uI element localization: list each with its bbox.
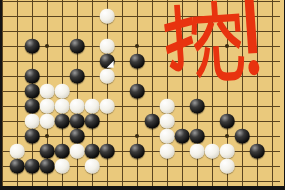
board-point[interactable] (265, 84, 280, 99)
stone-black[interactable] (145, 114, 160, 129)
stone-black[interactable] (55, 144, 70, 159)
board-point[interactable] (130, 144, 145, 159)
stone-white[interactable] (220, 159, 235, 174)
stone-white[interactable] (55, 159, 70, 174)
board-point[interactable] (55, 0, 70, 9)
stone-white[interactable] (160, 99, 175, 114)
board-point[interactable] (220, 159, 235, 174)
board-point[interactable] (250, 159, 265, 174)
stone-black[interactable] (10, 159, 25, 174)
board-point[interactable] (70, 9, 85, 24)
board-point[interactable] (130, 114, 145, 129)
board-point[interactable] (100, 0, 115, 9)
board-point[interactable] (130, 69, 145, 84)
board-point[interactable] (70, 129, 85, 144)
board-point[interactable] (265, 0, 280, 9)
board-point[interactable] (190, 129, 205, 144)
board-point[interactable] (40, 159, 55, 174)
board-point[interactable] (55, 84, 70, 99)
board-point[interactable] (220, 99, 235, 114)
board-point[interactable] (55, 144, 70, 159)
board-point[interactable] (85, 84, 100, 99)
board-point[interactable] (70, 159, 85, 174)
board-point[interactable] (220, 129, 235, 144)
board-point[interactable] (235, 129, 250, 144)
board-point[interactable] (85, 99, 100, 114)
stone-black[interactable] (70, 69, 85, 84)
board-point[interactable] (70, 54, 85, 69)
board-point[interactable] (10, 9, 25, 24)
board-point[interactable] (85, 9, 100, 24)
board-point[interactable] (250, 99, 265, 114)
stone-black[interactable] (190, 129, 205, 144)
board-point[interactable] (10, 24, 25, 39)
board-point[interactable] (130, 54, 145, 69)
board-point[interactable] (130, 24, 145, 39)
stone-white[interactable] (220, 144, 235, 159)
board-point[interactable] (85, 144, 100, 159)
board-point[interactable] (40, 39, 55, 54)
board-point[interactable] (115, 99, 130, 114)
board-point[interactable] (10, 69, 25, 84)
wedge-annotation: 挖! (163, 0, 265, 98)
stone-black[interactable] (40, 159, 55, 174)
board-point[interactable] (265, 159, 280, 174)
board-point[interactable] (205, 99, 220, 114)
board-point[interactable] (55, 24, 70, 39)
stone-white[interactable] (55, 84, 70, 99)
board-point[interactable] (25, 0, 40, 9)
stone-black[interactable] (25, 84, 40, 99)
board-point[interactable] (145, 0, 160, 9)
board-point[interactable] (115, 39, 130, 54)
stone-white[interactable] (70, 144, 85, 159)
board-point[interactable] (40, 24, 55, 39)
board-point[interactable] (235, 159, 250, 174)
board-point[interactable] (10, 114, 25, 129)
board-point[interactable] (55, 39, 70, 54)
board-point[interactable] (40, 114, 55, 129)
stone-white[interactable] (100, 69, 115, 84)
board-point[interactable] (265, 9, 280, 24)
board-point[interactable] (55, 159, 70, 174)
stone-black[interactable] (130, 144, 145, 159)
board-point[interactable] (70, 84, 85, 99)
board-point[interactable] (115, 54, 130, 69)
board-point[interactable] (250, 114, 265, 129)
board-point[interactable] (160, 159, 175, 174)
board-point[interactable] (205, 114, 220, 129)
board-point[interactable] (115, 9, 130, 24)
board-point[interactable] (10, 129, 25, 144)
board-point[interactable] (25, 39, 40, 54)
board-point[interactable] (10, 0, 25, 9)
board-point[interactable] (40, 99, 55, 114)
board-point[interactable] (40, 84, 55, 99)
board-point[interactable] (265, 114, 280, 129)
board-point[interactable] (25, 69, 40, 84)
stone-black[interactable] (25, 99, 40, 114)
board-point[interactable] (10, 84, 25, 99)
board-point[interactable] (25, 24, 40, 39)
board-point[interactable] (145, 24, 160, 39)
board-point[interactable] (100, 129, 115, 144)
stone-black[interactable] (70, 114, 85, 129)
board-point[interactable] (235, 99, 250, 114)
board-point[interactable] (205, 129, 220, 144)
last-move-triangle-marker (106, 60, 113, 67)
stone-black[interactable] (55, 114, 70, 129)
board-point[interactable] (115, 159, 130, 174)
board-point[interactable] (25, 114, 40, 129)
board-point[interactable] (55, 9, 70, 24)
crop-edge-right (284, 0, 285, 190)
board-point[interactable] (25, 99, 40, 114)
board-point[interactable] (70, 24, 85, 39)
stone-white[interactable] (160, 129, 175, 144)
board-point[interactable] (40, 0, 55, 9)
board-point[interactable] (85, 159, 100, 174)
board-point[interactable] (205, 144, 220, 159)
board-point[interactable] (145, 99, 160, 114)
board-point[interactable] (40, 9, 55, 24)
stone-white[interactable] (25, 114, 40, 129)
stone-white[interactable] (160, 114, 175, 129)
stone-black[interactable] (220, 114, 235, 129)
stone-black[interactable] (70, 39, 85, 54)
stone-white[interactable] (205, 144, 220, 159)
board-point[interactable] (85, 39, 100, 54)
board-point[interactable] (115, 84, 130, 99)
board-point[interactable] (130, 39, 145, 54)
board-point[interactable] (175, 129, 190, 144)
stone-black[interactable] (25, 159, 40, 174)
stone-black[interactable] (175, 129, 190, 144)
board-point[interactable] (265, 99, 280, 114)
board-point[interactable] (115, 0, 130, 9)
crop-edge-left (0, 0, 2, 190)
board-point[interactable] (85, 24, 100, 39)
go-app-screenshot: 挖! (0, 0, 285, 190)
stone-black[interactable] (100, 54, 115, 69)
board-point[interactable] (85, 114, 100, 129)
board-point[interactable] (145, 84, 160, 99)
board-point[interactable] (235, 144, 250, 159)
board-point[interactable] (70, 39, 85, 54)
stone-white[interactable] (160, 144, 175, 159)
stone-white[interactable] (100, 9, 115, 24)
board-point[interactable] (190, 114, 205, 129)
board-point[interactable] (130, 9, 145, 24)
stone-black[interactable] (100, 144, 115, 159)
board-point[interactable] (70, 0, 85, 9)
board-point[interactable] (130, 129, 145, 144)
stone-white[interactable] (40, 114, 55, 129)
stone-white[interactable] (85, 99, 100, 114)
board-point[interactable] (220, 144, 235, 159)
board-point[interactable] (130, 84, 145, 99)
board-point[interactable] (10, 54, 25, 69)
board-point[interactable] (265, 144, 280, 159)
board-point[interactable] (175, 144, 190, 159)
board-point[interactable] (100, 84, 115, 99)
board-point[interactable] (100, 54, 115, 69)
board-point[interactable] (70, 144, 85, 159)
board-point[interactable] (100, 159, 115, 174)
wedge-character-drawing (163, 0, 265, 94)
stone-white[interactable] (100, 39, 115, 54)
board-point[interactable] (10, 144, 25, 159)
board-point[interactable] (10, 99, 25, 114)
board-point[interactable] (70, 114, 85, 129)
board-point[interactable] (160, 144, 175, 159)
stone-white[interactable] (40, 99, 55, 114)
board-point[interactable] (85, 0, 100, 9)
board-point[interactable] (100, 99, 115, 114)
board-point[interactable] (160, 99, 175, 114)
board-point[interactable] (10, 39, 25, 54)
board-point[interactable] (130, 159, 145, 174)
board-point[interactable] (265, 39, 280, 54)
board-point[interactable] (235, 114, 250, 129)
board-point[interactable] (55, 129, 70, 144)
board-point[interactable] (190, 159, 205, 174)
board-point[interactable] (145, 69, 160, 84)
board-point[interactable] (115, 144, 130, 159)
stone-black[interactable] (85, 114, 100, 129)
board-point[interactable] (70, 69, 85, 84)
board-point[interactable] (190, 99, 205, 114)
board-point[interactable] (100, 24, 115, 39)
board-point[interactable] (100, 144, 115, 159)
stone-white[interactable] (40, 84, 55, 99)
board-point[interactable] (55, 69, 70, 84)
stone-white[interactable] (70, 99, 85, 114)
board-point[interactable] (145, 9, 160, 24)
board-point[interactable] (175, 99, 190, 114)
board-point[interactable] (25, 84, 40, 99)
board-point[interactable] (160, 114, 175, 129)
board-point[interactable] (220, 114, 235, 129)
board-point[interactable] (85, 129, 100, 144)
board-point[interactable] (25, 54, 40, 69)
stone-white[interactable] (85, 159, 100, 174)
board-point[interactable] (115, 69, 130, 84)
board-point[interactable] (25, 144, 40, 159)
board-point[interactable] (100, 69, 115, 84)
board-point[interactable] (145, 159, 160, 174)
board-point[interactable] (265, 54, 280, 69)
board-point[interactable] (100, 114, 115, 129)
stone-black[interactable] (40, 144, 55, 159)
board-point[interactable] (205, 159, 220, 174)
board-point[interactable] (175, 114, 190, 129)
board-point[interactable] (85, 69, 100, 84)
stone-white[interactable] (55, 99, 70, 114)
board-point[interactable] (265, 24, 280, 39)
board-point[interactable] (70, 99, 85, 114)
board-point[interactable] (40, 54, 55, 69)
board-point[interactable] (100, 39, 115, 54)
board-point[interactable] (145, 114, 160, 129)
stone-white[interactable] (10, 144, 25, 159)
board-point[interactable] (250, 129, 265, 144)
stone-black[interactable] (130, 54, 145, 69)
stone-black[interactable] (85, 144, 100, 159)
board-point[interactable] (145, 39, 160, 54)
board-point[interactable] (145, 54, 160, 69)
stone-black[interactable] (235, 129, 250, 144)
board-point[interactable] (40, 129, 55, 144)
stone-black[interactable] (130, 84, 145, 99)
stone-black[interactable] (25, 39, 40, 54)
board-point[interactable] (265, 69, 280, 84)
board-point[interactable] (85, 54, 100, 69)
board-point[interactable] (40, 144, 55, 159)
board-point[interactable] (130, 99, 145, 114)
board-point[interactable] (55, 54, 70, 69)
board-point[interactable] (40, 69, 55, 84)
stone-black[interactable] (250, 144, 265, 159)
board-point[interactable] (10, 159, 25, 174)
board-point[interactable] (55, 114, 70, 129)
stone-black[interactable] (25, 69, 40, 84)
stone-white[interactable] (100, 99, 115, 114)
stone-white[interactable] (190, 144, 205, 159)
board-point[interactable] (115, 129, 130, 144)
stone-black[interactable] (70, 129, 85, 144)
board-point[interactable] (25, 159, 40, 174)
board-point[interactable] (115, 24, 130, 39)
board-point[interactable] (115, 114, 130, 129)
board-point[interactable] (130, 0, 145, 9)
stone-black[interactable] (190, 99, 205, 114)
board-point[interactable] (25, 129, 40, 144)
board-point[interactable] (145, 129, 160, 144)
board-point[interactable] (25, 9, 40, 24)
board-point[interactable] (160, 129, 175, 144)
board-point[interactable] (175, 159, 190, 174)
crop-edge-bottom (0, 186, 285, 190)
board-point[interactable] (190, 144, 205, 159)
board-point[interactable] (250, 144, 265, 159)
board-point[interactable] (265, 129, 280, 144)
board-point[interactable] (100, 9, 115, 24)
board-point[interactable] (145, 144, 160, 159)
stone-black[interactable] (25, 129, 40, 144)
board-point[interactable] (55, 99, 70, 114)
